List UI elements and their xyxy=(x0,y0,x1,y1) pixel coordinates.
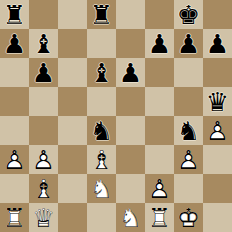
square-h3[interactable] xyxy=(203,145,232,174)
square-c1[interactable] xyxy=(58,203,87,232)
square-a6[interactable] xyxy=(0,58,29,87)
square-f5[interactable] xyxy=(145,87,174,116)
piece-white-pawn-fill: ♟ xyxy=(203,116,232,145)
piece-white-rook-fill: ♜ xyxy=(0,203,29,232)
square-b5[interactable] xyxy=(29,87,58,116)
square-b3[interactable]: ♟♙ xyxy=(29,145,58,174)
piece-white-bishop-fill: ♝ xyxy=(87,145,116,174)
square-f8[interactable] xyxy=(145,0,174,29)
piece-white-rook: ♖ xyxy=(145,203,174,232)
square-g8[interactable]: ♚ xyxy=(174,0,203,29)
square-b1[interactable]: ♛♕ xyxy=(29,203,58,232)
square-e3[interactable] xyxy=(116,145,145,174)
piece-white-knight: ♘ xyxy=(87,174,116,203)
square-c4[interactable] xyxy=(58,116,87,145)
square-c6[interactable] xyxy=(58,58,87,87)
square-a1[interactable]: ♜♖ xyxy=(0,203,29,232)
piece-black-pawn: ♟ xyxy=(203,29,232,58)
square-d6[interactable]: ♝ xyxy=(87,58,116,87)
piece-black-pawn: ♟ xyxy=(29,58,58,87)
square-c7[interactable] xyxy=(58,29,87,58)
square-g5[interactable] xyxy=(174,87,203,116)
piece-white-rook-fill: ♜ xyxy=(145,203,174,232)
square-g7[interactable]: ♟ xyxy=(174,29,203,58)
square-e2[interactable] xyxy=(116,174,145,203)
piece-white-pawn-fill: ♟ xyxy=(145,174,174,203)
piece-white-pawn-fill: ♟ xyxy=(0,145,29,174)
square-h4[interactable]: ♟♙ xyxy=(203,116,232,145)
piece-black-bishop: ♝ xyxy=(87,58,116,87)
square-h6[interactable] xyxy=(203,58,232,87)
piece-white-queen: ♕ xyxy=(29,203,58,232)
square-g4[interactable]: ♞ xyxy=(174,116,203,145)
square-g6[interactable] xyxy=(174,58,203,87)
square-e4[interactable] xyxy=(116,116,145,145)
square-d1[interactable] xyxy=(87,203,116,232)
square-f2[interactable]: ♟♙ xyxy=(145,174,174,203)
square-a4[interactable] xyxy=(0,116,29,145)
square-a5[interactable] xyxy=(0,87,29,116)
piece-white-bishop: ♗ xyxy=(87,145,116,174)
square-d2[interactable]: ♞♘ xyxy=(87,174,116,203)
piece-white-pawn-fill: ♟ xyxy=(29,145,58,174)
square-f7[interactable]: ♟ xyxy=(145,29,174,58)
square-e8[interactable] xyxy=(116,0,145,29)
square-e6[interactable]: ♟ xyxy=(116,58,145,87)
square-a3[interactable]: ♟♙ xyxy=(0,145,29,174)
piece-white-king: ♔ xyxy=(174,203,203,232)
square-a8[interactable]: ♜ xyxy=(0,0,29,29)
piece-white-bishop: ♗ xyxy=(29,174,58,203)
square-e7[interactable] xyxy=(116,29,145,58)
piece-white-pawn: ♙ xyxy=(0,145,29,174)
piece-white-king-fill: ♚ xyxy=(174,203,203,232)
square-b6[interactable]: ♟ xyxy=(29,58,58,87)
square-b7[interactable]: ♝ xyxy=(29,29,58,58)
piece-white-knight-fill: ♞ xyxy=(87,174,116,203)
square-h2[interactable] xyxy=(203,174,232,203)
piece-black-king: ♚ xyxy=(174,0,203,29)
piece-white-rook: ♖ xyxy=(0,203,29,232)
piece-white-queen-fill: ♛ xyxy=(29,203,58,232)
square-g2[interactable] xyxy=(174,174,203,203)
piece-white-knight: ♘ xyxy=(116,203,145,232)
square-h7[interactable]: ♟ xyxy=(203,29,232,58)
square-c5[interactable] xyxy=(58,87,87,116)
square-e1[interactable]: ♞♘ xyxy=(116,203,145,232)
square-b8[interactable] xyxy=(29,0,58,29)
piece-white-pawn-fill: ♟ xyxy=(174,145,203,174)
square-h1[interactable] xyxy=(203,203,232,232)
square-f4[interactable] xyxy=(145,116,174,145)
square-h8[interactable] xyxy=(203,0,232,29)
square-d4[interactable]: ♞ xyxy=(87,116,116,145)
piece-black-pawn: ♟ xyxy=(0,29,29,58)
square-d8[interactable]: ♜ xyxy=(87,0,116,29)
piece-white-pawn: ♙ xyxy=(145,174,174,203)
square-a7[interactable]: ♟ xyxy=(0,29,29,58)
piece-white-pawn: ♙ xyxy=(203,116,232,145)
square-c8[interactable] xyxy=(58,0,87,29)
square-g1[interactable]: ♚♔ xyxy=(174,203,203,232)
square-c2[interactable] xyxy=(58,174,87,203)
square-a2[interactable] xyxy=(0,174,29,203)
piece-black-pawn: ♟ xyxy=(174,29,203,58)
piece-black-knight: ♞ xyxy=(174,116,203,145)
piece-black-rook: ♜ xyxy=(0,0,29,29)
piece-white-bishop-fill: ♝ xyxy=(29,174,58,203)
square-f3[interactable] xyxy=(145,145,174,174)
piece-black-queen: ♛ xyxy=(203,87,232,116)
square-f6[interactable] xyxy=(145,58,174,87)
square-d3[interactable]: ♝♗ xyxy=(87,145,116,174)
piece-black-rook: ♜ xyxy=(87,0,116,29)
square-c3[interactable] xyxy=(58,145,87,174)
piece-black-bishop: ♝ xyxy=(29,29,58,58)
square-h5[interactable]: ♛ xyxy=(203,87,232,116)
square-b4[interactable] xyxy=(29,116,58,145)
square-d5[interactable] xyxy=(87,87,116,116)
piece-white-knight-fill: ♞ xyxy=(116,203,145,232)
square-b2[interactable]: ♝♗ xyxy=(29,174,58,203)
square-e5[interactable] xyxy=(116,87,145,116)
piece-black-knight: ♞ xyxy=(87,116,116,145)
piece-white-pawn: ♙ xyxy=(174,145,203,174)
square-d7[interactable] xyxy=(87,29,116,58)
piece-black-pawn: ♟ xyxy=(145,29,174,58)
piece-white-pawn: ♙ xyxy=(29,145,58,174)
chess-board: ♜♜♚♟♝♟♟♟♟♝♟♛♞♞♟♙♟♙♟♙♝♗♟♙♝♗♞♘♟♙♜♖♛♕♞♘♜♖♚♔ xyxy=(0,0,232,232)
piece-black-pawn: ♟ xyxy=(116,58,145,87)
square-g3[interactable]: ♟♙ xyxy=(174,145,203,174)
square-f1[interactable]: ♜♖ xyxy=(145,203,174,232)
